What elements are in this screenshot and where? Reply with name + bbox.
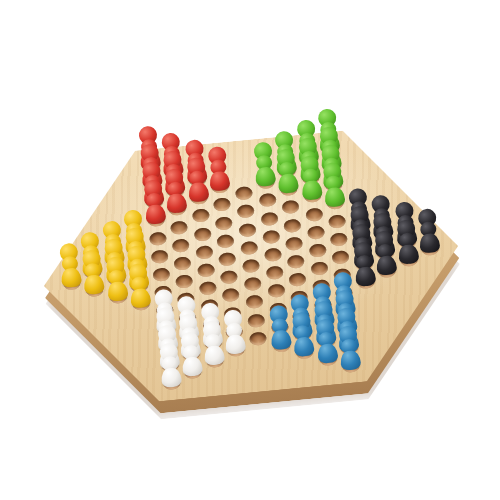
board-hole[interactable] xyxy=(172,238,190,253)
peg-red[interactable] xyxy=(163,168,189,214)
board-hole[interactable] xyxy=(247,313,265,328)
peg-body xyxy=(354,266,376,287)
peg-body xyxy=(188,182,210,203)
board-hole[interactable] xyxy=(328,214,346,229)
board-hole[interactable] xyxy=(199,281,217,296)
board-hole[interactable] xyxy=(307,225,325,240)
peg-black[interactable] xyxy=(394,219,420,265)
peg-body xyxy=(203,345,225,366)
board-hole[interactable] xyxy=(282,200,300,215)
peg-blue[interactable] xyxy=(336,325,362,371)
board-hole[interactable] xyxy=(263,247,281,262)
board-hole[interactable] xyxy=(308,243,326,258)
peg-body xyxy=(60,267,82,288)
board-hole[interactable] xyxy=(305,207,323,222)
peg-blue[interactable] xyxy=(266,304,292,350)
board-hole[interactable] xyxy=(310,261,328,276)
board-hole[interactable] xyxy=(219,252,237,267)
peg-body xyxy=(277,173,299,194)
board-hole[interactable] xyxy=(152,267,170,282)
board-hole[interactable] xyxy=(245,295,263,310)
peg-white[interactable] xyxy=(179,331,205,377)
peg-black[interactable] xyxy=(351,241,377,287)
board-hole[interactable] xyxy=(237,204,255,219)
board-hole[interactable] xyxy=(235,186,253,201)
peg-body xyxy=(107,281,129,302)
peg-body xyxy=(209,171,231,192)
peg-body xyxy=(270,329,292,350)
board-hole[interactable] xyxy=(220,270,238,285)
product-photo-stage xyxy=(0,0,500,500)
peg-body xyxy=(293,336,315,357)
peg-green[interactable] xyxy=(251,141,277,187)
board-hole[interactable] xyxy=(217,234,235,249)
peg-white[interactable] xyxy=(157,342,183,388)
peg-green[interactable] xyxy=(321,162,347,208)
board-hole[interactable] xyxy=(176,274,194,289)
peg-red[interactable] xyxy=(184,157,210,203)
peg-blue[interactable] xyxy=(290,311,316,357)
board-hole[interactable] xyxy=(244,277,262,292)
board-hole[interactable] xyxy=(170,220,188,235)
peg-body xyxy=(84,274,106,295)
peg-body xyxy=(254,166,276,187)
board-hole[interactable] xyxy=(194,227,212,242)
peg-body xyxy=(145,204,167,225)
peg-white[interactable] xyxy=(200,320,226,366)
peg-body xyxy=(130,288,152,309)
board-hole[interactable] xyxy=(262,229,280,244)
peg-body xyxy=(419,233,441,254)
peg-body xyxy=(301,180,323,201)
board-hole[interactable] xyxy=(240,241,258,256)
peg-yellow[interactable] xyxy=(57,242,83,288)
board-hole[interactable] xyxy=(242,259,260,274)
board-hole[interactable] xyxy=(285,236,303,251)
board-hole[interactable] xyxy=(192,209,210,224)
peg-blue[interactable] xyxy=(313,318,339,364)
peg-black[interactable] xyxy=(416,208,442,254)
board-hole[interactable] xyxy=(238,222,256,237)
peg-yellow[interactable] xyxy=(103,256,129,302)
peg-black[interactable] xyxy=(372,230,398,276)
board-hole[interactable] xyxy=(330,232,348,247)
board-hole[interactable] xyxy=(267,284,285,299)
board-hole[interactable] xyxy=(288,273,306,288)
peg-body xyxy=(160,367,182,388)
board-hole[interactable] xyxy=(283,218,301,233)
peg-red[interactable] xyxy=(206,146,232,192)
board-hole[interactable] xyxy=(287,254,305,269)
board-hole[interactable] xyxy=(258,193,276,208)
peg-body xyxy=(397,244,419,265)
peg-body xyxy=(376,255,398,276)
board-hole[interactable] xyxy=(260,211,278,226)
board-hole[interactable] xyxy=(249,331,267,346)
board-hole[interactable] xyxy=(332,250,350,265)
peg-body xyxy=(166,193,188,214)
peg-white[interactable] xyxy=(222,309,248,355)
board-hole[interactable] xyxy=(149,231,167,246)
board-hole[interactable] xyxy=(222,288,240,303)
board-hole[interactable] xyxy=(265,266,283,281)
board-hole[interactable] xyxy=(195,245,213,260)
peg-red[interactable] xyxy=(141,179,167,225)
board-hole[interactable] xyxy=(213,197,231,212)
board-hole[interactable] xyxy=(151,249,169,264)
peg-yellow[interactable] xyxy=(80,249,106,295)
peg-body xyxy=(324,187,346,208)
board-hole[interactable] xyxy=(174,256,192,271)
peg-body xyxy=(316,343,338,364)
peg-yellow[interactable] xyxy=(127,263,153,309)
peg-body xyxy=(340,350,362,371)
board-rotor xyxy=(0,0,500,500)
board-hole[interactable] xyxy=(197,263,215,278)
board-hole[interactable] xyxy=(215,216,233,231)
peg-green[interactable] xyxy=(297,155,323,201)
peg-body xyxy=(182,356,204,377)
board-field xyxy=(0,0,500,500)
peg-body xyxy=(225,334,247,355)
peg-green[interactable] xyxy=(274,148,300,194)
